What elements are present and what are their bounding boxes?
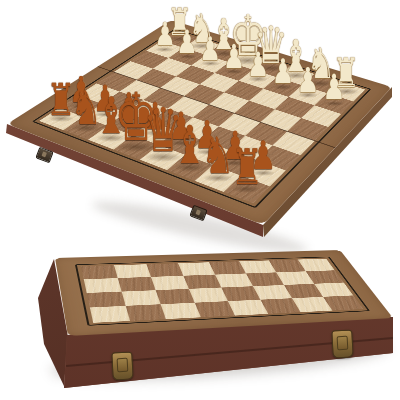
board-square [90, 306, 130, 323]
board-square [114, 264, 151, 278]
brass-latch-icon [111, 351, 133, 380]
chess-set-photo: ♜♞♝♚♛♝♞♜♟♟♟♟♟♟♟♟♟♟♟♟♟♟♟♟♜♞♝♚♛♝♞♜ [0, 0, 400, 400]
board-square [146, 263, 183, 277]
board-square [126, 304, 166, 321]
board-square [84, 278, 122, 293]
brass-latch-icon [331, 329, 353, 358]
board-square [118, 277, 156, 292]
board-square [151, 276, 189, 290]
open-chess-board [7, 20, 392, 225]
board-square [81, 265, 118, 279]
